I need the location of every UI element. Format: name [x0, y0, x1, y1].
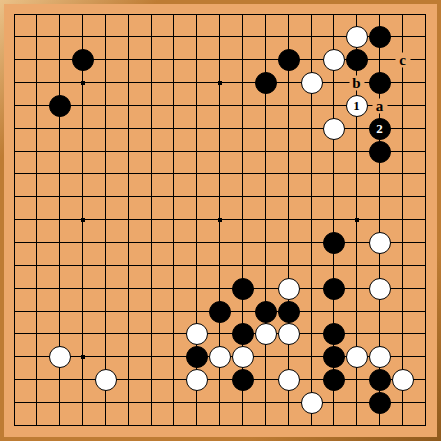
stone-white: [369, 278, 391, 300]
grid-line-vertical: [36, 14, 37, 426]
stone-white: [369, 346, 391, 368]
stone-black: [323, 369, 345, 391]
stone-black: [72, 49, 94, 71]
stone-black: [255, 72, 277, 94]
stone-black: [232, 323, 254, 345]
stone-white: [278, 323, 300, 345]
grid-line-horizontal: [14, 379, 426, 380]
stone-white: [255, 323, 277, 345]
stone-black: [323, 323, 345, 345]
stone-black: [323, 346, 345, 368]
star-point: [218, 81, 222, 85]
grid-line-horizontal: [14, 288, 426, 289]
stone-white: [323, 118, 345, 140]
stone-black: [49, 95, 71, 117]
grid-line-horizontal: [14, 173, 426, 174]
grid-line-vertical: [128, 14, 129, 426]
stone-white: [278, 369, 300, 391]
star-point: [81, 81, 85, 85]
grid-line-vertical: [14, 14, 15, 426]
grid-line-horizontal: [14, 151, 426, 152]
stone-white: [301, 392, 323, 414]
stone-black: [323, 278, 345, 300]
star-point: [81, 355, 85, 359]
grid-line-horizontal: [14, 196, 426, 197]
stone-white: [186, 369, 208, 391]
grid-line-horizontal: [14, 333, 426, 334]
stone-black: [369, 369, 391, 391]
stone-white: [278, 278, 300, 300]
grid-line-horizontal: [14, 425, 426, 426]
point-label-a: a: [372, 98, 387, 113]
stone-white: [301, 72, 323, 94]
stone-black: [323, 232, 345, 254]
grid-line-vertical: [105, 14, 106, 426]
grid-line-horizontal: [14, 14, 426, 15]
stone-white: [209, 346, 231, 368]
star-point: [218, 218, 222, 222]
stone-black: [278, 301, 300, 323]
grid-line-horizontal: [14, 242, 426, 243]
stone-black: [186, 346, 208, 368]
point-label-b: b: [349, 75, 364, 90]
stone-black: [369, 392, 391, 414]
stone-white: [49, 346, 71, 368]
grid-line-horizontal: [14, 402, 426, 403]
stone-black: [255, 301, 277, 323]
stone-black: [369, 26, 391, 48]
stone-black: [369, 141, 391, 163]
grid-line-vertical: [288, 14, 289, 426]
go-board: 21abc: [4, 4, 437, 437]
grid-line-vertical: [402, 14, 403, 426]
stone-white: [232, 346, 254, 368]
stone-white: [323, 49, 345, 71]
grid-line-horizontal: [14, 265, 426, 266]
board-frame: 21abc: [0, 0, 441, 441]
stone-white: [186, 323, 208, 345]
stone-white: [346, 26, 368, 48]
stone-white: [346, 346, 368, 368]
point-label-c: c: [395, 52, 410, 67]
grid-line-vertical: [173, 14, 174, 426]
stone-black: [232, 369, 254, 391]
stone-black: [369, 72, 391, 94]
grid-line-vertical: [425, 14, 426, 426]
stone-black: [346, 49, 368, 71]
stone-black: [209, 301, 231, 323]
stone-white: [95, 369, 117, 391]
star-point: [81, 218, 85, 222]
stone-white: [369, 232, 391, 254]
grid-line-vertical: [151, 14, 152, 426]
stone-white: [392, 369, 414, 391]
stone-black-2: 2: [369, 118, 391, 140]
stone-black: [232, 278, 254, 300]
stone-black: [278, 49, 300, 71]
stone-white-1: 1: [346, 95, 368, 117]
grid-line-horizontal: [14, 128, 426, 129]
star-point: [355, 218, 359, 222]
